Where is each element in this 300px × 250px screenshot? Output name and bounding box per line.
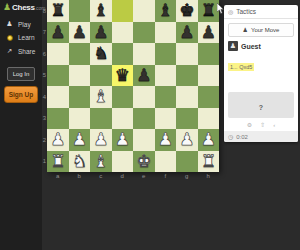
rank-label-7: 7 [40, 29, 46, 35]
file-label-a: a [47, 172, 69, 180]
square-b6[interactable] [69, 43, 91, 65]
square-d4[interactable] [112, 86, 134, 108]
black-rook[interactable]: ♜ [198, 0, 220, 22]
file-label-c: c [90, 172, 112, 180]
login-button[interactable]: Log In [7, 67, 35, 81]
square-g7[interactable]: ♟ [176, 22, 198, 44]
square-b8[interactable] [69, 0, 91, 22]
square-d5[interactable]: ♛ [112, 65, 134, 87]
square-d6[interactable] [112, 43, 134, 65]
square-e8[interactable] [133, 0, 155, 22]
square-d1[interactable] [112, 151, 134, 173]
file-label-f: f [155, 172, 177, 180]
share-icon[interactable]: ‹ [273, 122, 275, 128]
timer-row: ◷ 0:02 [224, 131, 298, 142]
square-a2[interactable]: ♟ [47, 129, 69, 151]
share-icon: ↗ [5, 47, 14, 55]
square-f2[interactable]: ♟ [155, 129, 177, 151]
white-bishop[interactable]: ♝ [90, 151, 112, 173]
clock-icon: ◷ [228, 134, 233, 140]
pawn-icon: ♟ [243, 27, 248, 33]
square-a1[interactable]: ♜ [47, 151, 69, 173]
white-rook[interactable]: ♜ [198, 151, 220, 173]
black-rook[interactable]: ♜ [47, 0, 69, 22]
square-c6[interactable]: ♞ [90, 43, 112, 65]
square-d2[interactable]: ♟ [112, 129, 134, 151]
square-e6[interactable] [133, 43, 155, 65]
square-g5[interactable] [176, 65, 198, 87]
sidebar: ♟ Chess .com ♟ Play Learn ↗ Share Log In… [0, 0, 42, 250]
black-king[interactable]: ♚ [176, 0, 198, 22]
white-knight[interactable]: ♞ [69, 151, 91, 173]
file-label-d: d [112, 172, 134, 180]
player-name: Guest [241, 43, 261, 50]
square-c4[interactable]: ♝ [90, 86, 112, 108]
black-pawn[interactable]: ♟ [90, 22, 112, 44]
sidebar-item-learn[interactable]: Learn [0, 31, 42, 44]
square-a4[interactable] [47, 86, 69, 108]
square-e1[interactable]: ♚ [133, 151, 155, 173]
signup-button[interactable]: Sign Up [4, 86, 38, 103]
white-pawn[interactable]: ♟ [90, 129, 112, 151]
square-b3[interactable] [69, 108, 91, 130]
sidebar-item-label: Learn [18, 34, 35, 41]
hint-button[interactable]: ? [228, 92, 294, 118]
square-a6[interactable] [47, 43, 69, 65]
panel-header: ◎ Tactics [224, 5, 298, 19]
square-h2[interactable]: ♟ [198, 129, 220, 151]
timer-value: 0:02 [236, 134, 248, 140]
move-list: 1... Qxd5 [224, 54, 298, 74]
tactics-icon: ◎ [228, 9, 233, 15]
file-label-b: b [69, 172, 91, 180]
white-pawn[interactable]: ♟ [155, 129, 177, 151]
panel-title: Tactics [236, 8, 256, 15]
square-h4[interactable] [198, 86, 220, 108]
white-bishop[interactable]: ♝ [90, 86, 112, 108]
white-pawn[interactable]: ♟ [176, 129, 198, 151]
file-label-h: h [198, 172, 220, 180]
square-d8[interactable] [112, 0, 134, 22]
rank-label-1: 1 [40, 158, 46, 164]
white-king[interactable]: ♚ [133, 151, 155, 173]
square-b5[interactable] [69, 65, 91, 87]
black-queen[interactable]: ♛ [112, 65, 134, 87]
square-g8[interactable]: ♚ [176, 0, 198, 22]
sidebar-item-share[interactable]: ↗ Share [0, 44, 42, 58]
square-f8[interactable]: ♝ [155, 0, 177, 22]
square-h8[interactable]: ♜ [198, 0, 220, 22]
logo-pawn-icon: ♟ [3, 3, 11, 11]
black-bishop[interactable]: ♝ [90, 0, 112, 22]
chesscom-logo[interactable]: ♟ Chess .com [0, 0, 42, 17]
square-f6[interactable] [155, 43, 177, 65]
square-a8[interactable]: ♜ [47, 0, 69, 22]
panel-spacer [224, 74, 298, 92]
rank-label-3: 3 [40, 115, 46, 121]
rank-labels: 87654321 [40, 0, 46, 172]
avatar: ♟ [228, 41, 238, 51]
rank-label-2: 2 [40, 137, 46, 143]
black-pawn[interactable]: ♟ [47, 22, 69, 44]
square-h3[interactable] [198, 108, 220, 130]
square-c8[interactable]: ♝ [90, 0, 112, 22]
settings-icon[interactable]: ⚙ [247, 122, 252, 128]
square-c1[interactable]: ♝ [90, 151, 112, 173]
square-e5[interactable]: ♟ [133, 65, 155, 87]
square-c3[interactable] [90, 108, 112, 130]
square-b2[interactable]: ♟ [69, 129, 91, 151]
play-icon: ♟ [5, 20, 14, 28]
rank-label-8: 8 [40, 8, 46, 14]
square-g3[interactable] [176, 108, 198, 130]
hint-icon: ? [259, 104, 263, 111]
logo-text: Chess [12, 3, 35, 12]
square-b7[interactable]: ♟ [69, 22, 91, 44]
black-pawn[interactable]: ♟ [198, 22, 220, 44]
white-pawn[interactable]: ♟ [69, 129, 91, 151]
white-pawn[interactable]: ♟ [112, 129, 134, 151]
black-pawn[interactable]: ♟ [133, 65, 155, 87]
sidebar-item-label: Play [18, 21, 31, 28]
square-b1[interactable]: ♞ [69, 151, 91, 173]
square-d3[interactable] [112, 108, 134, 130]
square-f3[interactable] [155, 108, 177, 130]
square-f5[interactable] [155, 65, 177, 87]
file-labels: abcdefgh [47, 172, 219, 180]
square-e3[interactable] [133, 108, 155, 130]
square-g1[interactable] [176, 151, 198, 173]
file-label-e: e [133, 172, 155, 180]
tool-row: ⚙⇧‹ [224, 121, 298, 131]
move-entry[interactable]: 1... Qxd5 [228, 63, 254, 71]
square-h6[interactable] [198, 43, 220, 65]
square-c7[interactable]: ♟ [90, 22, 112, 44]
square-b4[interactable] [69, 86, 91, 108]
your-move-status: ♟ Your Move [228, 23, 294, 37]
black-pawn[interactable]: ♟ [69, 22, 91, 44]
white-rook[interactable]: ♜ [47, 151, 69, 173]
square-a7[interactable]: ♟ [47, 22, 69, 44]
square-c5[interactable] [90, 65, 112, 87]
square-e4[interactable] [133, 86, 155, 108]
sidebar-item-play[interactable]: ♟ Play [0, 17, 42, 31]
mouse-cursor-icon [217, 3, 224, 14]
learn-icon [7, 35, 13, 41]
square-g2[interactable]: ♟ [176, 129, 198, 151]
square-e2[interactable] [133, 129, 155, 151]
rank-label-6: 6 [40, 51, 46, 57]
white-pawn[interactable]: ♟ [47, 129, 69, 151]
square-f7[interactable] [155, 22, 177, 44]
tactics-panel: ◎ Tactics ♟ Your Move ♟ Guest 1... Qxd5 … [224, 5, 298, 142]
analysis-icon[interactable]: ⇧ [260, 122, 265, 128]
chess-board: ♜♝♝♚♜♟♟♟♟♟♞♛♟♝♟♟♟♟♟♟♟♜♞♝♚♜ [47, 0, 219, 172]
square-c2[interactable]: ♟ [90, 129, 112, 151]
player-row: ♟ Guest [224, 37, 298, 54]
square-d7[interactable] [112, 22, 134, 44]
rank-label-4: 4 [40, 94, 46, 100]
square-f1[interactable] [155, 151, 177, 173]
file-label-g: g [176, 172, 198, 180]
square-g4[interactable] [176, 86, 198, 108]
square-a3[interactable] [47, 108, 69, 130]
black-pawn[interactable]: ♟ [176, 22, 198, 44]
white-pawn[interactable]: ♟ [198, 129, 220, 151]
black-bishop[interactable]: ♝ [155, 0, 177, 22]
square-h7[interactable]: ♟ [198, 22, 220, 44]
square-h1[interactable]: ♜ [198, 151, 220, 173]
sidebar-item-label: Share [18, 48, 35, 55]
square-g6[interactable] [176, 43, 198, 65]
square-e7[interactable] [133, 22, 155, 44]
chesscom-app: ♟ Chess .com ♟ Play Learn ↗ Share Log In… [0, 0, 300, 250]
status-label: Your Move [251, 27, 279, 33]
square-h5[interactable] [198, 65, 220, 87]
square-f4[interactable] [155, 86, 177, 108]
square-a5[interactable] [47, 65, 69, 87]
black-knight[interactable]: ♞ [90, 43, 112, 65]
rank-label-5: 5 [40, 72, 46, 78]
